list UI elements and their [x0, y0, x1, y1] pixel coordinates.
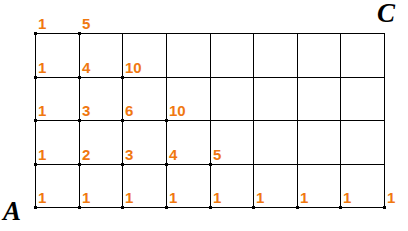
path-count-label: 1	[387, 190, 395, 205]
lattice-dot	[78, 163, 81, 166]
path-count-label: 2	[82, 147, 90, 162]
path-count-label: 1	[256, 190, 264, 205]
path-count-label: 1	[82, 190, 90, 205]
path-count-label: 1	[38, 16, 46, 31]
path-count-label: 5	[82, 16, 90, 31]
lattice-dot	[383, 206, 386, 209]
lattice-dot	[121, 76, 124, 79]
lattice-dot	[121, 163, 124, 166]
path-count-label: 6	[125, 103, 133, 118]
lattice-dot	[296, 206, 299, 209]
path-count-label: 4	[82, 60, 90, 75]
path-count-label: 1	[38, 60, 46, 75]
lattice-path-diagram: 1514101361012345111111111 A C	[0, 0, 408, 231]
path-count-label: 4	[169, 147, 177, 162]
corner-label-a: A	[3, 198, 21, 225]
lattice-dot	[34, 76, 37, 79]
lattice-dot	[34, 163, 37, 166]
corner-label-c: C	[377, 0, 395, 27]
path-count-label: 1	[300, 190, 308, 205]
path-count-label: 1	[38, 190, 46, 205]
lattice-dot	[34, 32, 37, 35]
grid-line-horizontal	[35, 77, 385, 78]
path-count-label: 1	[169, 190, 177, 205]
lattice-dot	[209, 163, 212, 166]
lattice-dot	[252, 206, 255, 209]
lattice-dot	[34, 206, 37, 209]
lattice-dot	[121, 206, 124, 209]
path-count-label: 1	[125, 190, 133, 205]
lattice-dot	[209, 206, 212, 209]
lattice-dot	[34, 119, 37, 122]
lattice-dot	[78, 76, 81, 79]
path-count-label: 1	[213, 190, 221, 205]
lattice-dot	[78, 119, 81, 122]
lattice-dot	[121, 119, 124, 122]
path-count-label: 3	[125, 147, 133, 162]
path-count-label: 1	[38, 103, 46, 118]
lattice-dot	[78, 206, 81, 209]
lattice-dot	[339, 206, 342, 209]
lattice-dot	[165, 206, 168, 209]
grid-line-horizontal	[35, 33, 385, 34]
lattice-dot	[165, 163, 168, 166]
path-count-label: 3	[82, 103, 90, 118]
path-count-label: 1	[38, 147, 46, 162]
path-count-label: 10	[169, 103, 186, 118]
lattice-dot	[165, 119, 168, 122]
grid-line-horizontal	[35, 120, 385, 121]
path-count-label: 1	[343, 190, 351, 205]
path-count-label: 10	[125, 60, 142, 75]
lattice-dot	[78, 32, 81, 35]
path-count-label: 5	[213, 147, 221, 162]
